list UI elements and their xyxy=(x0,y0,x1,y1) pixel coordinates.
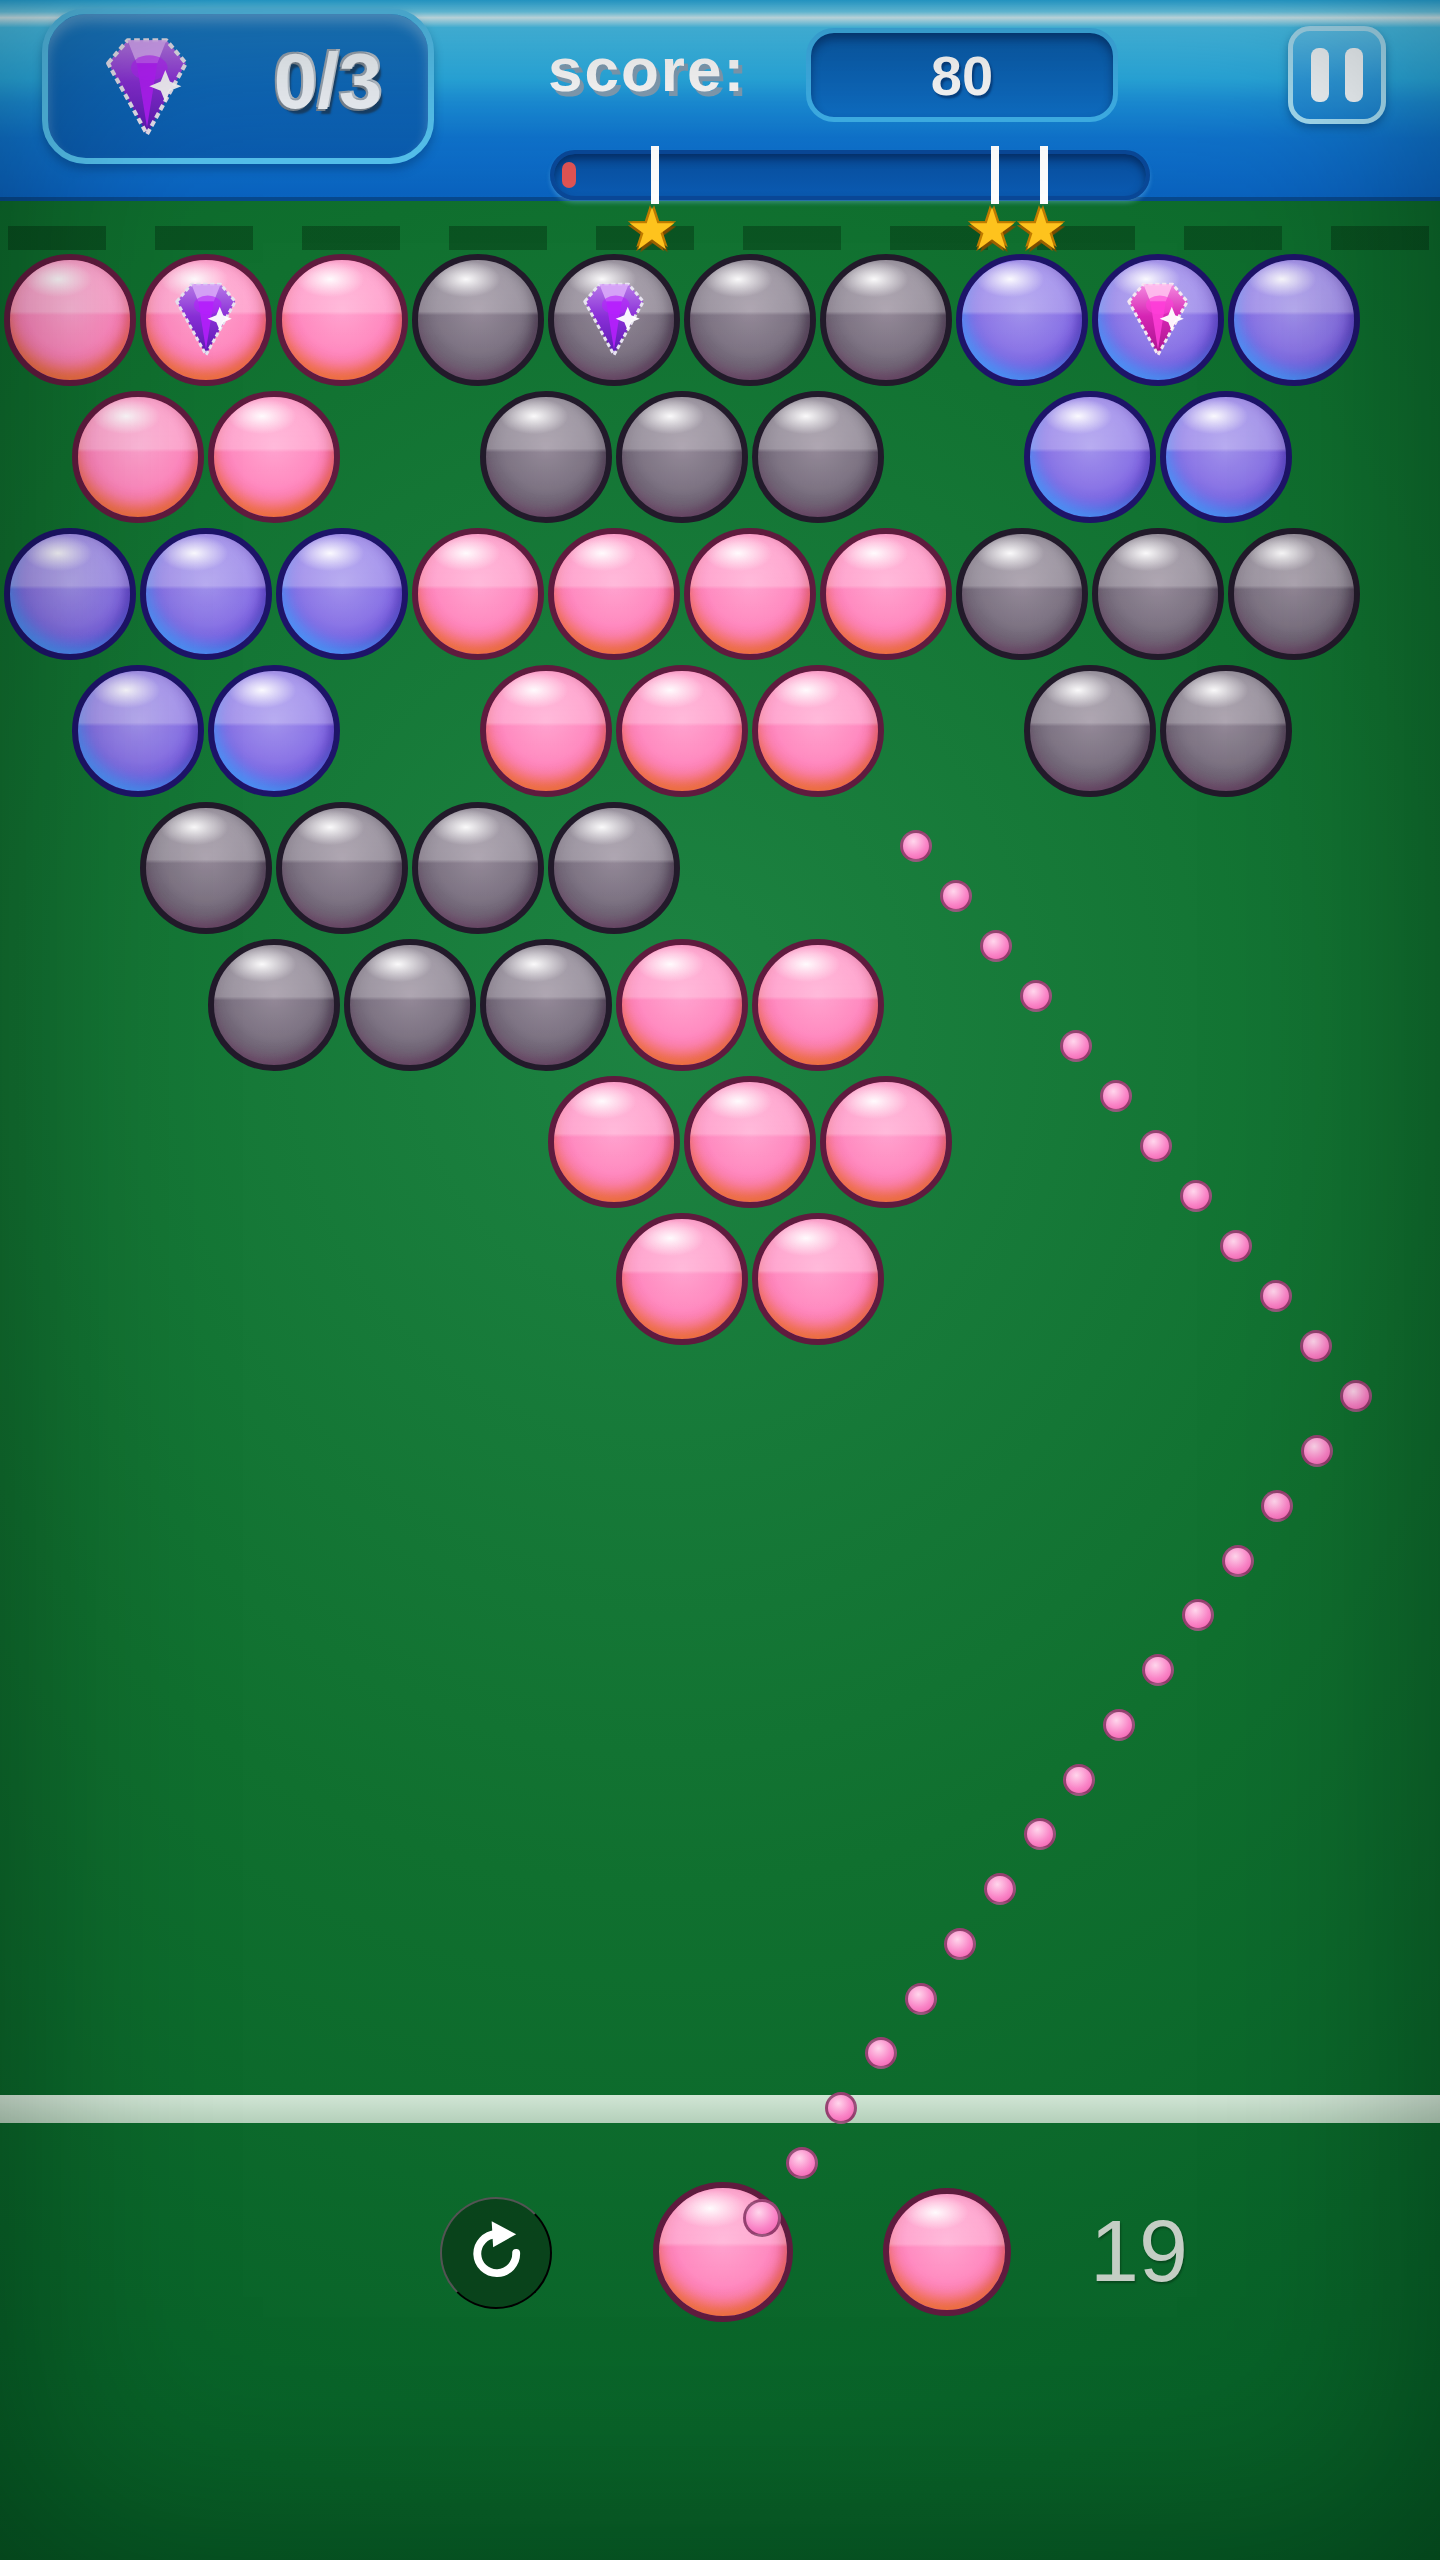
bubble-pink xyxy=(412,528,544,660)
trajectory-dot xyxy=(1060,1030,1092,1062)
bubble-pink xyxy=(752,939,884,1071)
trajectory-dot xyxy=(1140,1130,1172,1162)
bubble-purple xyxy=(1160,391,1292,523)
bubble-gray xyxy=(276,802,408,934)
trajectory-dot xyxy=(1301,1435,1333,1467)
trajectory-dot xyxy=(900,830,932,862)
bubble-pink-gem-purple xyxy=(140,254,272,386)
trajectory-dot xyxy=(980,930,1012,962)
bubble-purple xyxy=(208,665,340,797)
trajectory-dot xyxy=(1222,1545,1254,1577)
trajectory-dot xyxy=(1261,1490,1293,1522)
trajectory-dot xyxy=(905,1983,937,2015)
bubble-purple xyxy=(276,528,408,660)
bubble-gray xyxy=(820,254,952,386)
trajectory-dot xyxy=(1142,1654,1174,1686)
trajectory-dot xyxy=(1063,1764,1095,1796)
bubble-purple xyxy=(4,528,136,660)
game-screen: 0/3 score: 80 ★★★ 19 xyxy=(0,0,1440,2560)
score-value: 80 xyxy=(931,43,993,108)
bubble-gray xyxy=(1160,665,1292,797)
trajectory-dot xyxy=(1260,1280,1292,1312)
bubble-purple xyxy=(956,254,1088,386)
bubble-gray xyxy=(956,528,1088,660)
pause-icon xyxy=(1345,48,1363,102)
trajectory-dot xyxy=(1182,1599,1214,1631)
bubble-gray xyxy=(1024,665,1156,797)
trajectory-dot xyxy=(865,2037,897,2069)
bubble-purple xyxy=(140,528,272,660)
bubble-pink xyxy=(684,528,816,660)
bubble-pink xyxy=(548,1076,680,1208)
bubble-pink xyxy=(72,391,204,523)
bubble-pink xyxy=(820,528,952,660)
gem-counter-panel: 0/3 xyxy=(42,8,434,164)
header: 0/3 score: 80 ★★★ xyxy=(0,0,1440,201)
trajectory-dot xyxy=(1020,980,1052,1012)
purple-gem-icon xyxy=(88,22,206,148)
bubble-pink xyxy=(752,1213,884,1345)
trajectory-dot xyxy=(984,1873,1016,1905)
bubble-purple xyxy=(72,665,204,797)
bubble-pink xyxy=(616,939,748,1071)
bubble-gray xyxy=(752,391,884,523)
bubble-gray-gem-purple xyxy=(548,254,680,386)
bubble-pink xyxy=(684,1076,816,1208)
bubble-gray xyxy=(412,802,544,934)
bubble-pink xyxy=(4,254,136,386)
bubble-gray xyxy=(480,391,612,523)
trajectory-dot xyxy=(1300,1330,1332,1362)
score-label: score: xyxy=(548,34,746,105)
bubble-pink xyxy=(208,391,340,523)
bubble-gray xyxy=(208,939,340,1071)
bubble-pink xyxy=(276,254,408,386)
bubble-gray xyxy=(412,254,544,386)
star-icon: ★ xyxy=(966,200,1018,258)
board-top-dashed-edge xyxy=(8,226,1440,250)
trajectory-dot xyxy=(1180,1180,1212,1212)
score-pill: 80 xyxy=(806,28,1118,122)
bubble-pink xyxy=(616,1213,748,1345)
next-bubble[interactable] xyxy=(883,2188,1011,2316)
bubble-gray xyxy=(1092,528,1224,660)
progress-fill xyxy=(562,162,576,188)
trajectory-dot xyxy=(743,2199,781,2237)
bubble-pink xyxy=(752,665,884,797)
star-icon: ★ xyxy=(1015,200,1067,258)
star-icon: ★ xyxy=(626,200,678,258)
trajectory-dot xyxy=(825,2092,857,2124)
trajectory-dot xyxy=(786,2147,818,2179)
pause-icon xyxy=(1311,48,1329,102)
trajectory-dot xyxy=(1024,1818,1056,1850)
swap-bubble-button[interactable] xyxy=(440,2197,552,2309)
bubble-pink xyxy=(480,665,612,797)
level-progress-bar xyxy=(550,150,1150,200)
bubble-gray xyxy=(616,391,748,523)
bubble-gray xyxy=(1228,528,1360,660)
rotate-arrow-icon xyxy=(460,2217,532,2289)
trajectory-dot xyxy=(944,1928,976,1960)
bubble-purple xyxy=(1024,391,1156,523)
bubble-pink xyxy=(616,665,748,797)
bubble-purple xyxy=(1228,254,1360,386)
shoot-line xyxy=(0,2095,1440,2123)
trajectory-dot xyxy=(940,880,972,912)
bubble-gray xyxy=(548,802,680,934)
bubble-gray xyxy=(344,939,476,1071)
trajectory-dot xyxy=(1103,1709,1135,1741)
trajectory-dot xyxy=(1340,1380,1372,1412)
gem-counter-value: 0/3 xyxy=(238,36,418,127)
trajectory-dot xyxy=(1220,1230,1252,1262)
bubble-pink xyxy=(548,528,680,660)
bubble-gray xyxy=(480,939,612,1071)
bubble-gray xyxy=(140,802,272,934)
bubble-gray xyxy=(684,254,816,386)
bubble-purple-gem-pink xyxy=(1092,254,1224,386)
remaining-bubbles-count: 19 xyxy=(1090,2200,1270,2302)
trajectory-dot xyxy=(1100,1080,1132,1112)
pause-button[interactable] xyxy=(1288,26,1386,124)
bubble-pink xyxy=(820,1076,952,1208)
